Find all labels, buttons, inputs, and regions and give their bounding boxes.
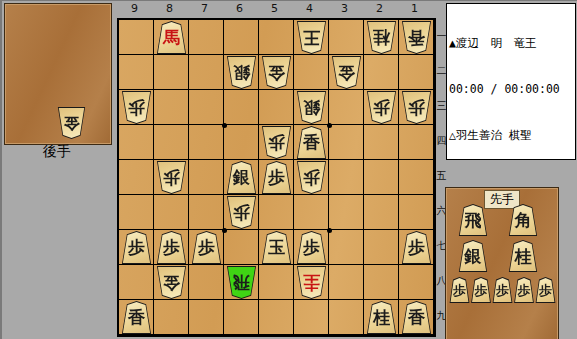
piece-face: 銀 (297, 92, 326, 123)
piece-kanji: 王 (303, 29, 320, 46)
file-labels: 987654321 (117, 2, 436, 17)
piece-kanji: 歩 (373, 99, 390, 116)
piece-gote-lance-11[interactable]: 香 (401, 21, 432, 54)
star-point (222, 228, 227, 233)
piece-face: 角 (509, 205, 537, 235)
piece-kanji: 圭 (303, 274, 320, 291)
piece-face: 香 (402, 302, 431, 333)
file-label-4: 4 (292, 2, 327, 15)
piece-gote-silver-62[interactable]: 銀 (226, 56, 257, 89)
piece-gote-silver-43[interactable]: 銀 (296, 91, 327, 124)
piece-sente-king-57[interactable]: 玉 (261, 231, 292, 264)
hand-sente-pawn-4[interactable]: 歩 (514, 277, 535, 303)
piece-gote-pawn-23[interactable]: 歩 (366, 91, 397, 124)
file-label-5: 5 (257, 2, 292, 15)
piece-gote-pawn-66[interactable]: 歩 (226, 196, 257, 229)
piece-sente-lance-19[interactable]: 香 (401, 301, 432, 334)
piece-kanji: 金 (268, 64, 285, 81)
file-label-3: 3 (327, 2, 362, 15)
piece-face: 歩 (157, 232, 186, 263)
hand-sente-pawn-1[interactable]: 歩 (449, 277, 470, 303)
sente-hand-tray: 先手 飛角銀桂歩歩歩歩歩 (445, 187, 559, 339)
piece-kanji: 歩 (128, 99, 145, 116)
piece-kanji: 銀 (233, 169, 250, 186)
piece-face: 金 (262, 57, 291, 88)
game-info-panel: ▲渡辺 明 竜王 00:00 / 00:00:00 △羽生善治 棋聖 00:00… (446, 3, 576, 160)
hand-gote-gold[interactable]: 金 (57, 107, 86, 139)
file-label-7: 7 (187, 2, 222, 15)
star-point (222, 123, 227, 128)
piece-face: 飛 (459, 205, 487, 235)
piece-sente-pawn-97[interactable]: 歩 (121, 231, 152, 264)
piece-kanji: 金 (64, 115, 80, 131)
piece-sente-pawn-47[interactable]: 歩 (296, 231, 327, 264)
piece-face: 歩 (297, 162, 326, 193)
piece-face: 金 (332, 57, 361, 88)
piece-face: 桂 (509, 241, 537, 271)
file-label-8: 8 (152, 2, 187, 15)
piece-kanji: 歩 (233, 204, 250, 221)
piece-gote-knight-21[interactable]: 桂 (366, 21, 397, 54)
piece-face: 歩 (450, 278, 469, 302)
piece-sente-silver-65[interactable]: 銀 (226, 161, 257, 194)
piece-kanji: 桂 (373, 309, 390, 326)
piece-kanji: 桂 (515, 248, 532, 265)
piece-gote-pawn-54[interactable]: 歩 (261, 126, 292, 159)
piece-kanji: 歩 (408, 99, 425, 116)
sente-label: 先手 (484, 190, 520, 209)
piece-kanji: 歩 (518, 284, 531, 297)
file-label-1: 1 (397, 2, 432, 15)
piece-sente-lance-44[interactable]: 香 (296, 126, 327, 159)
file-label-9: 9 (117, 2, 152, 15)
piece-face: 歩 (122, 232, 151, 263)
piece-gote-rook-68[interactable]: 飛 (226, 266, 257, 299)
piece-kanji: 歩 (268, 134, 285, 151)
piece-face: 歩 (297, 232, 326, 263)
piece-face: 歩 (122, 92, 151, 123)
piece-gote-pawn-13[interactable]: 歩 (401, 91, 432, 124)
piece-gote-king-41[interactable]: 王 (296, 21, 327, 54)
piece-sente-pawn-77[interactable]: 歩 (191, 231, 222, 264)
piece-face: 桂 (367, 22, 396, 53)
piece-kanji: 歩 (496, 284, 509, 297)
piece-kanji: 玉 (268, 239, 285, 256)
piece-kanji: 銀 (465, 248, 482, 265)
piece-face: 金 (157, 267, 186, 298)
shogi-board[interactable]: 馬王桂香銀金金歩銀歩歩歩香歩銀歩歩歩歩歩歩玉歩歩金飛圭香桂香 (117, 18, 436, 337)
piece-face: 飛 (227, 267, 256, 298)
hand-sente-pawn-3[interactable]: 歩 (492, 277, 513, 303)
piece-kanji: 飛 (233, 274, 250, 291)
piece-face: 銀 (227, 162, 256, 193)
piece-sente-knight-29[interactable]: 桂 (366, 301, 397, 334)
piece-face: 歩 (493, 278, 512, 302)
piece-gote-gold-88[interactable]: 金 (156, 266, 187, 299)
piece-kanji: 歩 (268, 169, 285, 186)
piece-face: 歩 (227, 197, 256, 228)
gote-player: △羽生善治 棋聖 (449, 128, 573, 143)
piece-face: 馬 (157, 22, 186, 53)
piece-face: 歩 (262, 127, 291, 158)
piece-gote-promoted-knight-48[interactable]: 圭 (296, 266, 327, 299)
piece-kanji: 銀 (233, 64, 250, 81)
piece-face: 香 (402, 22, 431, 53)
piece-kanji: 歩 (163, 169, 180, 186)
piece-kanji: 桂 (373, 29, 390, 46)
shogi-app-window: 金 後手 987654321 一二三四五六七八九 馬王桂香銀金金歩銀歩歩歩香歩銀… (0, 0, 577, 339)
piece-face: 歩 (402, 232, 431, 263)
piece-face: 歩 (472, 278, 491, 302)
piece-kanji: 歩 (303, 169, 320, 186)
piece-kanji: 香 (303, 134, 320, 151)
piece-kanji: 香 (408, 29, 425, 46)
piece-gote-gold-52[interactable]: 金 (261, 56, 292, 89)
piece-face: 銀 (227, 57, 256, 88)
piece-face: 歩 (536, 278, 555, 302)
piece-face: 金 (58, 108, 85, 138)
piece-face: 歩 (262, 162, 291, 193)
piece-sente-lance-99[interactable]: 香 (121, 301, 152, 334)
piece-face: 歩 (192, 232, 221, 263)
hand-sente-knight[interactable]: 桂 (508, 240, 538, 272)
piece-sente-promoted-bishop-81[interactable]: 馬 (156, 21, 187, 54)
piece-face: 歩 (367, 92, 396, 123)
piece-kanji: 歩 (408, 239, 425, 256)
piece-sente-pawn-55[interactable]: 歩 (261, 161, 292, 194)
piece-kanji: 飛 (465, 212, 482, 229)
piece-kanji: 香 (408, 309, 425, 326)
star-point (327, 123, 332, 128)
piece-face: 玉 (262, 232, 291, 263)
piece-kanji: 歩 (128, 239, 145, 256)
piece-face: 歩 (402, 92, 431, 123)
star-point (327, 228, 332, 233)
piece-kanji: 香 (128, 309, 145, 326)
piece-face: 王 (297, 22, 326, 53)
file-label-6: 6 (222, 2, 257, 15)
piece-kanji: 金 (163, 274, 180, 291)
piece-gote-pawn-85[interactable]: 歩 (156, 161, 187, 194)
piece-sente-pawn-87[interactable]: 歩 (156, 231, 187, 264)
piece-face: 桂 (367, 302, 396, 333)
piece-kanji: 馬 (163, 29, 180, 46)
file-label-2: 2 (362, 2, 397, 15)
piece-face: 圭 (297, 267, 326, 298)
sente-player: ▲渡辺 明 竜王 (449, 36, 573, 51)
hand-sente-pawn-5[interactable]: 歩 (535, 277, 556, 303)
gote-label: 後手 (4, 143, 110, 161)
piece-gote-pawn-93[interactable]: 歩 (121, 91, 152, 124)
piece-kanji: 金 (338, 64, 355, 81)
piece-kanji: 歩 (303, 239, 320, 256)
piece-kanji: 角 (515, 212, 532, 229)
piece-face: 歩 (157, 162, 186, 193)
sente-time: 00:00 / 00:00:00 (449, 82, 573, 97)
piece-face: 歩 (515, 278, 534, 302)
piece-face: 銀 (459, 241, 487, 271)
piece-sente-pawn-17[interactable]: 歩 (401, 231, 432, 264)
piece-kanji: 歩 (163, 239, 180, 256)
gote-hand-tray: 金 (4, 3, 112, 145)
piece-gote-pawn-45[interactable]: 歩 (296, 161, 327, 194)
piece-gote-gold-32[interactable]: 金 (331, 56, 362, 89)
piece-face: 香 (122, 302, 151, 333)
piece-kanji: 歩 (475, 284, 488, 297)
hand-sente-silver[interactable]: 銀 (458, 240, 488, 272)
piece-kanji: 歩 (539, 284, 552, 297)
piece-face: 香 (297, 127, 326, 158)
hand-sente-pawn-2[interactable]: 歩 (471, 277, 492, 303)
piece-kanji: 銀 (303, 99, 320, 116)
piece-kanji: 歩 (453, 284, 466, 297)
piece-kanji: 歩 (198, 239, 215, 256)
